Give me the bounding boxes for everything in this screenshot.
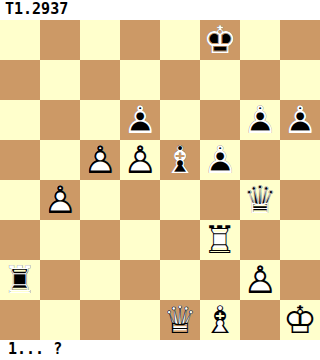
square-c4[interactable] xyxy=(80,180,120,220)
square-c3[interactable] xyxy=(80,220,120,260)
square-d4[interactable] xyxy=(120,180,160,220)
square-e4[interactable] xyxy=(160,180,200,220)
square-f1[interactable]: ♝♗ xyxy=(200,300,240,340)
square-d2[interactable] xyxy=(120,260,160,300)
piece-wP-g2: ♟♙ xyxy=(240,260,280,300)
square-d8[interactable] xyxy=(120,20,160,60)
square-g2[interactable]: ♟♙ xyxy=(240,260,280,300)
square-c2[interactable] xyxy=(80,260,120,300)
square-d7[interactable] xyxy=(120,60,160,100)
piece-wK-h1: ♚♔ xyxy=(280,300,320,340)
square-b5[interactable] xyxy=(40,140,80,180)
square-g6[interactable]: ♟♙ xyxy=(240,100,280,140)
piece-bP-h6: ♟♙ xyxy=(280,100,320,140)
square-e1[interactable]: ♛♕ xyxy=(160,300,200,340)
square-g4[interactable]: ♛♕ xyxy=(240,180,280,220)
square-b3[interactable] xyxy=(40,220,80,260)
piece-wQ-e1: ♛♕ xyxy=(160,300,200,340)
square-e7[interactable] xyxy=(160,60,200,100)
move-prompt: 1... ? xyxy=(0,340,320,360)
piece-bK-f8: ♚♔ xyxy=(200,20,240,60)
square-b7[interactable] xyxy=(40,60,80,100)
square-a5[interactable] xyxy=(0,140,40,180)
square-h2[interactable] xyxy=(280,260,320,300)
square-f3[interactable]: ♜♖ xyxy=(200,220,240,260)
square-g8[interactable] xyxy=(240,20,280,60)
square-e5[interactable]: ♝♗ xyxy=(160,140,200,180)
piece-wP-c5: ♟♙ xyxy=(80,140,120,180)
square-a1[interactable] xyxy=(0,300,40,340)
piece-bQ-g4: ♛♕ xyxy=(240,180,280,220)
square-f6[interactable] xyxy=(200,100,240,140)
square-f5[interactable]: ♟♙ xyxy=(200,140,240,180)
square-g1[interactable] xyxy=(240,300,280,340)
piece-wB-f1: ♝♗ xyxy=(200,300,240,340)
square-c6[interactable] xyxy=(80,100,120,140)
chess-board: ♚♔♟♙♟♙♟♙♟♙♟♙♝♗♟♙♟♙♛♕♜♖♜♖♟♙♛♕♝♗♚♔ xyxy=(0,20,320,340)
chess-puzzle-page: T1.2937 ♚♔♟♙♟♙♟♙♟♙♟♙♝♗♟♙♟♙♛♕♜♖♜♖♟♙♛♕♝♗♚♔… xyxy=(0,0,320,360)
square-d3[interactable] xyxy=(120,220,160,260)
square-h8[interactable] xyxy=(280,20,320,60)
square-e6[interactable] xyxy=(160,100,200,140)
puzzle-title: T1.2937 xyxy=(0,0,320,20)
square-f8[interactable]: ♚♔ xyxy=(200,20,240,60)
square-a6[interactable] xyxy=(0,100,40,140)
piece-bB-e5: ♝♗ xyxy=(160,140,200,180)
square-e8[interactable] xyxy=(160,20,200,60)
square-c8[interactable] xyxy=(80,20,120,60)
square-c5[interactable]: ♟♙ xyxy=(80,140,120,180)
square-d6[interactable]: ♟♙ xyxy=(120,100,160,140)
square-d1[interactable] xyxy=(120,300,160,340)
square-b4[interactable]: ♟♙ xyxy=(40,180,80,220)
square-b1[interactable] xyxy=(40,300,80,340)
square-e3[interactable] xyxy=(160,220,200,260)
square-e2[interactable] xyxy=(160,260,200,300)
square-f7[interactable] xyxy=(200,60,240,100)
square-a4[interactable] xyxy=(0,180,40,220)
piece-wP-b4: ♟♙ xyxy=(40,180,80,220)
square-g5[interactable] xyxy=(240,140,280,180)
square-g3[interactable] xyxy=(240,220,280,260)
square-h5[interactable] xyxy=(280,140,320,180)
piece-wR-f3: ♜♖ xyxy=(200,220,240,260)
square-b8[interactable] xyxy=(40,20,80,60)
square-a3[interactable] xyxy=(0,220,40,260)
square-h1[interactable]: ♚♔ xyxy=(280,300,320,340)
square-c7[interactable] xyxy=(80,60,120,100)
square-f2[interactable] xyxy=(200,260,240,300)
piece-bP-f5: ♟♙ xyxy=(200,140,240,180)
piece-bR-a2: ♜♖ xyxy=(0,260,40,300)
square-b2[interactable] xyxy=(40,260,80,300)
square-a8[interactable] xyxy=(0,20,40,60)
square-a7[interactable] xyxy=(0,60,40,100)
square-h3[interactable] xyxy=(280,220,320,260)
square-h6[interactable]: ♟♙ xyxy=(280,100,320,140)
piece-bP-g6: ♟♙ xyxy=(240,100,280,140)
square-a2[interactable]: ♜♖ xyxy=(0,260,40,300)
piece-bP-d6: ♟♙ xyxy=(120,100,160,140)
square-g7[interactable] xyxy=(240,60,280,100)
square-d5[interactable]: ♟♙ xyxy=(120,140,160,180)
square-h4[interactable] xyxy=(280,180,320,220)
square-c1[interactable] xyxy=(80,300,120,340)
square-h7[interactable] xyxy=(280,60,320,100)
square-b6[interactable] xyxy=(40,100,80,140)
square-f4[interactable] xyxy=(200,180,240,220)
piece-wP-d5: ♟♙ xyxy=(120,140,160,180)
